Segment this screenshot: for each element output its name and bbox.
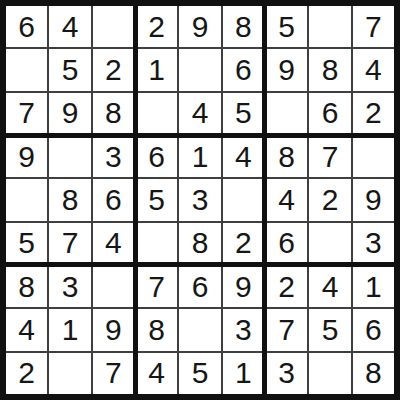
cell-r4c9[interactable] bbox=[353, 136, 394, 177]
cell-r4c3: 3 bbox=[93, 136, 134, 177]
cell-r9c4: 4 bbox=[136, 353, 177, 394]
cell-r6c7: 6 bbox=[266, 223, 307, 264]
cell-r9c6: 1 bbox=[223, 353, 264, 394]
cell-r2c5[interactable] bbox=[179, 49, 220, 90]
cell-r2c8: 8 bbox=[309, 49, 350, 90]
cell-r3c1: 7 bbox=[6, 93, 47, 134]
cell-r9c9: 8 bbox=[353, 353, 394, 394]
cell-r9c2[interactable] bbox=[49, 353, 90, 394]
cell-r2c3: 2 bbox=[93, 49, 134, 90]
cell-r9c5: 5 bbox=[179, 353, 220, 394]
cell-r2c2: 5 bbox=[49, 49, 90, 90]
cell-r6c3: 4 bbox=[93, 223, 134, 264]
cell-r1c5: 9 bbox=[179, 6, 220, 47]
cell-r9c8[interactable] bbox=[309, 353, 350, 394]
cell-r4c4: 6 bbox=[136, 136, 177, 177]
cell-r8c7: 7 bbox=[266, 309, 307, 350]
cell-r3c9: 2 bbox=[353, 93, 394, 134]
cell-r6c1: 5 bbox=[6, 223, 47, 264]
cell-r7c5: 6 bbox=[179, 266, 220, 307]
cell-r8c4: 8 bbox=[136, 309, 177, 350]
cell-r7c1: 8 bbox=[6, 266, 47, 307]
cell-r3c5: 4 bbox=[179, 93, 220, 134]
cell-r3c3: 8 bbox=[93, 93, 134, 134]
cell-r6c6: 2 bbox=[223, 223, 264, 264]
cell-r2c6: 6 bbox=[223, 49, 264, 90]
cell-r2c7: 9 bbox=[266, 49, 307, 90]
cell-r8c6: 3 bbox=[223, 309, 264, 350]
cell-r8c3: 9 bbox=[93, 309, 134, 350]
cell-r9c3: 7 bbox=[93, 353, 134, 394]
cell-r5c2: 8 bbox=[49, 179, 90, 220]
cell-r4c8: 7 bbox=[309, 136, 350, 177]
cell-r4c5: 1 bbox=[179, 136, 220, 177]
cell-r3c8: 6 bbox=[309, 93, 350, 134]
cell-r3c6: 5 bbox=[223, 93, 264, 134]
cell-r7c7: 2 bbox=[266, 266, 307, 307]
cell-r6c4[interactable] bbox=[136, 223, 177, 264]
cell-r9c7: 3 bbox=[266, 353, 307, 394]
cell-r4c7: 8 bbox=[266, 136, 307, 177]
cell-r7c2: 3 bbox=[49, 266, 90, 307]
cell-r5c9: 9 bbox=[353, 179, 394, 220]
cell-r2c4: 1 bbox=[136, 49, 177, 90]
cell-r6c9: 3 bbox=[353, 223, 394, 264]
cell-r8c5[interactable] bbox=[179, 309, 220, 350]
cell-r7c9: 1 bbox=[353, 266, 394, 307]
cell-r5c8: 2 bbox=[309, 179, 350, 220]
cell-r6c8[interactable] bbox=[309, 223, 350, 264]
cell-r3c7[interactable] bbox=[266, 93, 307, 134]
cell-r1c6: 8 bbox=[223, 6, 264, 47]
cell-r5c4: 5 bbox=[136, 179, 177, 220]
cell-r1c2: 4 bbox=[49, 6, 90, 47]
cell-r5c7: 4 bbox=[266, 179, 307, 220]
cell-r7c6: 9 bbox=[223, 266, 264, 307]
cell-r8c2: 1 bbox=[49, 309, 90, 350]
cell-r4c6: 4 bbox=[223, 136, 264, 177]
cell-r7c4: 7 bbox=[136, 266, 177, 307]
cell-r4c2[interactable] bbox=[49, 136, 90, 177]
cell-r7c3[interactable] bbox=[93, 266, 134, 307]
cell-r1c4: 2 bbox=[136, 6, 177, 47]
cell-r1c9: 7 bbox=[353, 6, 394, 47]
cell-r2c1[interactable] bbox=[6, 49, 47, 90]
cell-r6c5: 8 bbox=[179, 223, 220, 264]
cell-r3c4[interactable] bbox=[136, 93, 177, 134]
cell-r1c3[interactable] bbox=[93, 6, 134, 47]
cell-r1c7: 5 bbox=[266, 6, 307, 47]
cell-r9c1: 2 bbox=[6, 353, 47, 394]
cell-r8c9: 6 bbox=[353, 309, 394, 350]
sudoku-board: 6429857521698479845629361487865342957482… bbox=[0, 0, 400, 400]
cell-r3c2: 9 bbox=[49, 93, 90, 134]
cell-r8c1: 4 bbox=[6, 309, 47, 350]
cell-r6c2: 7 bbox=[49, 223, 90, 264]
cell-r7c8: 4 bbox=[309, 266, 350, 307]
cell-r5c3: 6 bbox=[93, 179, 134, 220]
cell-r5c6[interactable] bbox=[223, 179, 264, 220]
cell-r5c5: 3 bbox=[179, 179, 220, 220]
cell-r8c8: 5 bbox=[309, 309, 350, 350]
cell-r1c8[interactable] bbox=[309, 6, 350, 47]
cell-r1c1: 6 bbox=[6, 6, 47, 47]
cell-r2c9: 4 bbox=[353, 49, 394, 90]
cell-r5c1[interactable] bbox=[6, 179, 47, 220]
cell-r4c1: 9 bbox=[6, 136, 47, 177]
